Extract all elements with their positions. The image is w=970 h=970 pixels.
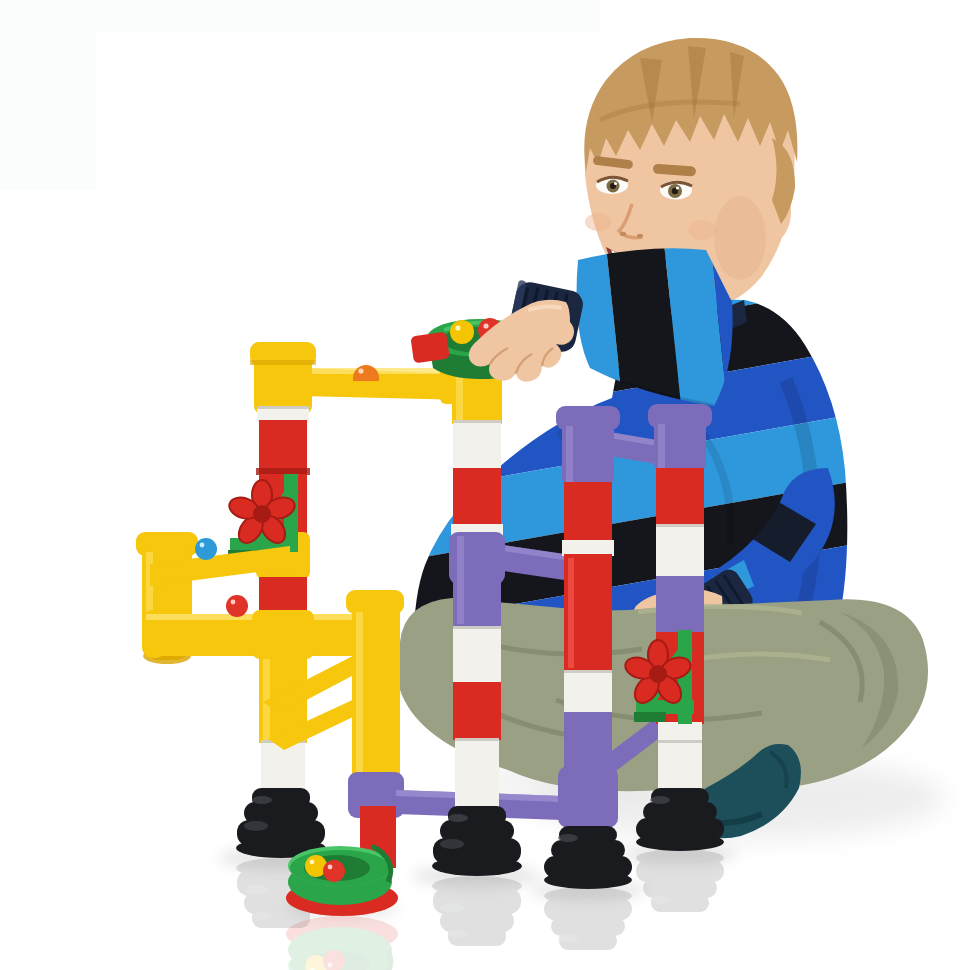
left-eye [596,176,628,194]
marble-run-photo [0,0,970,970]
red-track-marble [226,595,248,617]
funnel-yellow-marble [450,320,474,344]
white-ring [562,540,614,556]
purple-junction [558,766,618,828]
corner-tint-left [0,0,96,190]
funnel-latch [410,332,449,364]
left-cheek [585,213,611,231]
tray-red-marble [323,860,345,882]
photo-canvas [0,0,970,970]
blue-marble [195,538,217,560]
right-cheek [688,220,716,240]
right-eye [660,181,692,200]
collector-tray [286,846,398,916]
